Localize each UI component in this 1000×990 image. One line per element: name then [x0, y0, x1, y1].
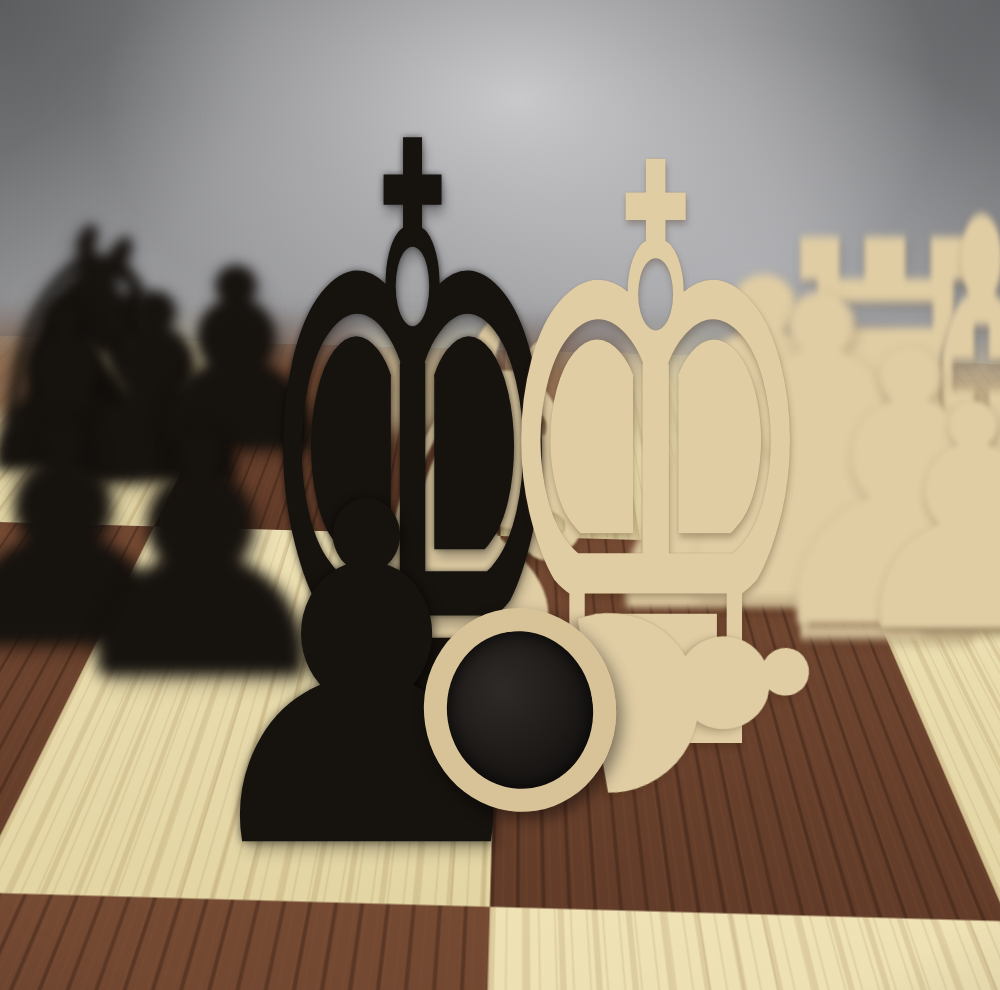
chess-set-photo: 5 4 3 ♞ ♟ ♟ ♟ ♟ ♟ ♟ ♟ ♟ ♟ ♟ ♜ ♝ ♞ ♚ ♚ ♟ … [0, 0, 1000, 990]
rank-label-3: 3 [859, 926, 935, 973]
